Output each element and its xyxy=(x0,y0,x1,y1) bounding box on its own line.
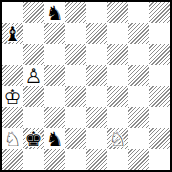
square-a1[interactable] xyxy=(2,149,23,170)
piece-white-knight[interactable]: ♘ xyxy=(109,129,127,149)
square-g4[interactable] xyxy=(128,86,149,107)
square-b2[interactable]: ♚ xyxy=(23,128,44,149)
square-g1[interactable] xyxy=(128,149,149,170)
square-a6[interactable] xyxy=(2,44,23,65)
piece-white-king[interactable]: ♔ xyxy=(4,87,22,107)
square-a2[interactable]: ♘ xyxy=(2,128,23,149)
square-e1[interactable] xyxy=(86,149,107,170)
square-g2[interactable] xyxy=(128,128,149,149)
square-d4[interactable] xyxy=(65,86,86,107)
square-c7[interactable] xyxy=(44,23,65,44)
square-g7[interactable] xyxy=(128,23,149,44)
square-f8[interactable] xyxy=(107,2,128,23)
square-a4[interactable]: ♔ xyxy=(2,86,23,107)
square-c1[interactable] xyxy=(44,149,65,170)
square-h7[interactable] xyxy=(149,23,170,44)
square-b6[interactable] xyxy=(23,44,44,65)
square-e7[interactable] xyxy=(86,23,107,44)
square-e6[interactable] xyxy=(86,44,107,65)
square-e3[interactable] xyxy=(86,107,107,128)
square-h4[interactable] xyxy=(149,86,170,107)
square-f7[interactable] xyxy=(107,23,128,44)
square-h1[interactable] xyxy=(149,149,170,170)
square-d6[interactable] xyxy=(65,44,86,65)
square-e5[interactable] xyxy=(86,65,107,86)
square-h8[interactable] xyxy=(149,2,170,23)
square-b7[interactable] xyxy=(23,23,44,44)
square-d8[interactable] xyxy=(65,2,86,23)
square-c6[interactable] xyxy=(44,44,65,65)
square-f6[interactable] xyxy=(107,44,128,65)
chess-board: ♞♝♙♔♘♚♞♘ xyxy=(0,0,172,172)
square-a5[interactable] xyxy=(2,65,23,86)
square-f4[interactable] xyxy=(107,86,128,107)
square-a3[interactable] xyxy=(2,107,23,128)
square-h6[interactable] xyxy=(149,44,170,65)
square-c4[interactable] xyxy=(44,86,65,107)
piece-black-king[interactable]: ♚ xyxy=(25,129,43,149)
square-d3[interactable] xyxy=(65,107,86,128)
square-d2[interactable] xyxy=(65,128,86,149)
square-e2[interactable] xyxy=(86,128,107,149)
square-h2[interactable] xyxy=(149,128,170,149)
square-d7[interactable] xyxy=(65,23,86,44)
square-g3[interactable] xyxy=(128,107,149,128)
square-b4[interactable] xyxy=(23,86,44,107)
square-b3[interactable] xyxy=(23,107,44,128)
square-d1[interactable] xyxy=(65,149,86,170)
square-f3[interactable] xyxy=(107,107,128,128)
piece-white-pawn[interactable]: ♙ xyxy=(25,66,43,86)
square-h5[interactable] xyxy=(149,65,170,86)
square-e8[interactable] xyxy=(86,2,107,23)
square-g5[interactable] xyxy=(128,65,149,86)
square-b1[interactable] xyxy=(23,149,44,170)
square-b5[interactable]: ♙ xyxy=(23,65,44,86)
square-c3[interactable] xyxy=(44,107,65,128)
square-c2[interactable]: ♞ xyxy=(44,128,65,149)
square-c8[interactable]: ♞ xyxy=(44,2,65,23)
square-d5[interactable] xyxy=(65,65,86,86)
piece-white-knight[interactable]: ♘ xyxy=(4,129,22,149)
piece-black-bishop[interactable]: ♝ xyxy=(4,24,22,44)
square-a8[interactable] xyxy=(2,2,23,23)
square-g8[interactable] xyxy=(128,2,149,23)
piece-black-knight[interactable]: ♞ xyxy=(46,3,64,23)
square-e4[interactable] xyxy=(86,86,107,107)
square-c5[interactable] xyxy=(44,65,65,86)
piece-black-knight[interactable]: ♞ xyxy=(46,129,64,149)
square-g6[interactable] xyxy=(128,44,149,65)
square-h3[interactable] xyxy=(149,107,170,128)
square-f2[interactable]: ♘ xyxy=(107,128,128,149)
square-a7[interactable]: ♝ xyxy=(2,23,23,44)
square-f1[interactable] xyxy=(107,149,128,170)
square-f5[interactable] xyxy=(107,65,128,86)
square-b8[interactable] xyxy=(23,2,44,23)
